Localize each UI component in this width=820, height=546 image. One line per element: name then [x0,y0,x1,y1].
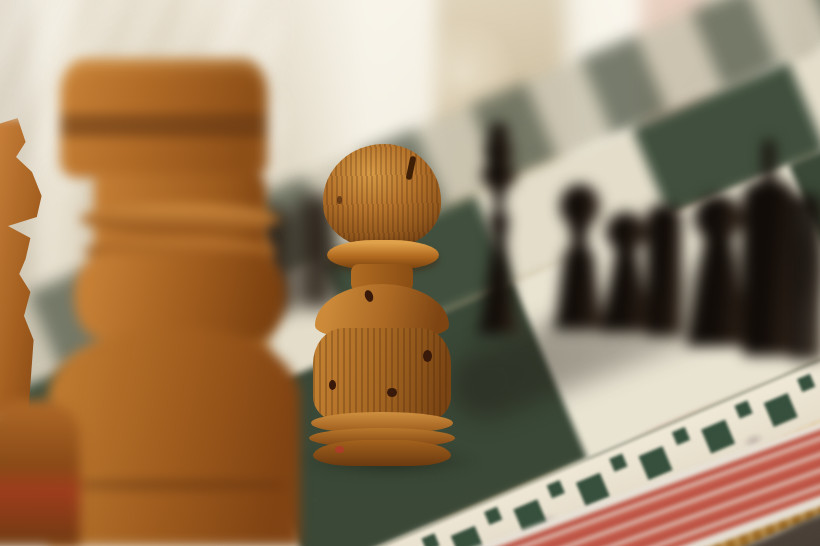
black-obelisk-piece [646,204,682,336]
pawn-foot [313,440,451,466]
pawn-body [600,246,652,332]
wood-pit [387,388,397,397]
white-rook [56,56,272,546]
black-piece-edge [790,194,820,360]
pawn-body [686,234,750,346]
bishop-body [552,222,606,330]
black-rook [742,140,796,356]
rook-body [742,180,796,356]
red-paint-dot [335,446,344,453]
bishop-head [560,184,600,228]
rook-cap [60,58,268,178]
black-pawn [686,194,750,346]
black-pawn [600,212,652,332]
wood-pit [329,380,336,390]
chess-photo [0,0,820,546]
wood-pit [423,350,432,362]
white-pawn-focal [293,140,465,466]
rook-bulge [74,252,286,338]
knight-base [0,400,80,546]
rook-ring [80,204,280,234]
wood-pit [337,196,342,204]
black-king [470,122,528,334]
rook-base [48,328,300,546]
king-body [476,184,522,334]
pawn-body [313,328,451,420]
